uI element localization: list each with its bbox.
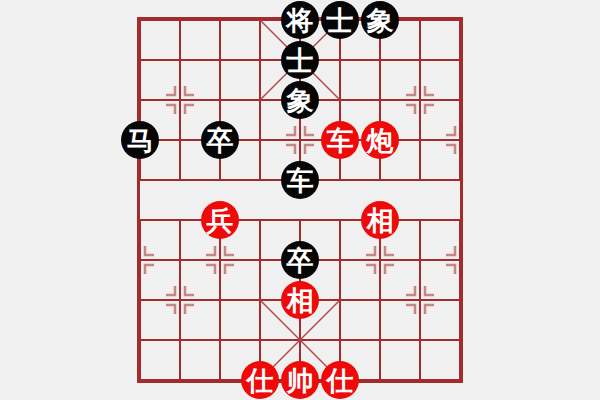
intersection-2-0[interactable] [200, 0, 240, 40]
intersection-0-4[interactable] [120, 160, 160, 200]
intersection-3-3[interactable] [240, 120, 280, 160]
intersection-5-4[interactable] [320, 160, 360, 200]
intersection-2-9[interactable] [200, 360, 240, 400]
red-pawn-piece[interactable]: 兵 [201, 201, 239, 239]
intersection-2-2[interactable] [200, 80, 240, 120]
intersection-8-5[interactable] [440, 200, 480, 240]
intersection-4-3[interactable] [280, 120, 320, 160]
intersection-1-7[interactable] [160, 280, 200, 320]
intersection-2-1[interactable] [200, 40, 240, 80]
red-advisor-piece[interactable]: 仕 [241, 361, 279, 399]
intersection-0-8[interactable] [120, 320, 160, 360]
intersection-6-7[interactable] [360, 280, 400, 320]
intersection-0-7[interactable] [120, 280, 160, 320]
intersection-6-9[interactable] [360, 360, 400, 400]
intersection-5-8[interactable] [320, 320, 360, 360]
intersection-7-6[interactable] [400, 240, 440, 280]
intersection-1-4[interactable] [160, 160, 200, 200]
intersection-3-5[interactable] [240, 200, 280, 240]
intersection-3-0[interactable] [240, 0, 280, 40]
intersection-7-4[interactable] [400, 160, 440, 200]
intersection-7-8[interactable] [400, 320, 440, 360]
intersection-5-6[interactable] [320, 240, 360, 280]
red-advisor-piece[interactable]: 仕 [321, 361, 359, 399]
intersection-0-0[interactable] [120, 0, 160, 40]
intersection-1-8[interactable] [160, 320, 200, 360]
intersection-8-6[interactable] [440, 240, 480, 280]
intersection-1-6[interactable] [160, 240, 200, 280]
black-pawn-piece[interactable]: 卒 [201, 121, 239, 159]
intersection-8-8[interactable] [440, 320, 480, 360]
intersection-3-4[interactable] [240, 160, 280, 200]
intersection-4-8[interactable] [280, 320, 320, 360]
intersection-7-5[interactable] [400, 200, 440, 240]
intersection-6-2[interactable] [360, 80, 400, 120]
black-horse-piece[interactable]: 马 [121, 121, 159, 159]
intersection-7-9[interactable] [400, 360, 440, 400]
red-chariot-piece[interactable]: 车 [321, 121, 359, 159]
intersection-3-1[interactable] [240, 40, 280, 80]
intersection-1-2[interactable] [160, 80, 200, 120]
intersection-8-3[interactable] [440, 120, 480, 160]
intersection-0-9[interactable] [120, 360, 160, 400]
intersection-1-9[interactable] [160, 360, 200, 400]
intersection-0-2[interactable] [120, 80, 160, 120]
intersection-8-9[interactable] [440, 360, 480, 400]
intersection-6-1[interactable] [360, 40, 400, 80]
red-cannon-piece[interactable]: 炮 [361, 121, 399, 159]
black-advisor-piece[interactable]: 士 [281, 41, 319, 79]
intersection-5-1[interactable] [320, 40, 360, 80]
intersection-1-0[interactable] [160, 0, 200, 40]
intersection-6-8[interactable] [360, 320, 400, 360]
intersection-8-0[interactable] [440, 0, 480, 40]
intersection-8-1[interactable] [440, 40, 480, 80]
intersection-5-5[interactable] [320, 200, 360, 240]
intersection-4-5[interactable] [280, 200, 320, 240]
intersection-5-2[interactable] [320, 80, 360, 120]
intersection-6-4[interactable] [360, 160, 400, 200]
intersection-8-7[interactable] [440, 280, 480, 320]
intersection-7-3[interactable] [400, 120, 440, 160]
intersection-1-5[interactable] [160, 200, 200, 240]
intersection-1-3[interactable] [160, 120, 200, 160]
black-advisor-piece[interactable]: 士 [321, 1, 359, 39]
intersection-0-1[interactable] [120, 40, 160, 80]
intersection-6-6[interactable] [360, 240, 400, 280]
intersection-5-7[interactable] [320, 280, 360, 320]
red-general-piece[interactable]: 帅 [281, 361, 319, 399]
intersection-2-8[interactable] [200, 320, 240, 360]
black-chariot-piece[interactable]: 车 [281, 161, 319, 199]
black-elephant-piece[interactable]: 象 [281, 81, 319, 119]
intersection-8-2[interactable] [440, 80, 480, 120]
intersection-8-4[interactable] [440, 160, 480, 200]
xiangqi-screenshot: 将士象士象马卒车炮车兵相卒相仕帅仕 [0, 0, 600, 400]
black-elephant-piece[interactable]: 象 [361, 1, 399, 39]
intersection-0-6[interactable] [120, 240, 160, 280]
intersection-3-7[interactable] [240, 280, 280, 320]
intersection-2-4[interactable] [200, 160, 240, 200]
intersection-3-6[interactable] [240, 240, 280, 280]
intersection-1-1[interactable] [160, 40, 200, 80]
red-elephant-piece[interactable]: 相 [281, 281, 319, 319]
intersection-7-7[interactable] [400, 280, 440, 320]
intersection-3-2[interactable] [240, 80, 280, 120]
intersection-7-0[interactable] [400, 0, 440, 40]
intersection-7-2[interactable] [400, 80, 440, 120]
intersection-0-5[interactable] [120, 200, 160, 240]
black-general-piece[interactable]: 将 [281, 1, 319, 39]
intersection-2-6[interactable] [200, 240, 240, 280]
black-pawn-piece[interactable]: 卒 [281, 241, 319, 279]
intersection-3-8[interactable] [240, 320, 280, 360]
intersection-7-1[interactable] [400, 40, 440, 80]
red-elephant-piece[interactable]: 相 [361, 201, 399, 239]
intersection-2-7[interactable] [200, 280, 240, 320]
